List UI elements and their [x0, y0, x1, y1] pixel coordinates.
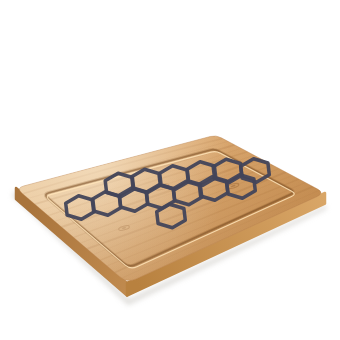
photo-canvas	[0, 0, 340, 340]
cutting-board-photo	[0, 0, 340, 340]
